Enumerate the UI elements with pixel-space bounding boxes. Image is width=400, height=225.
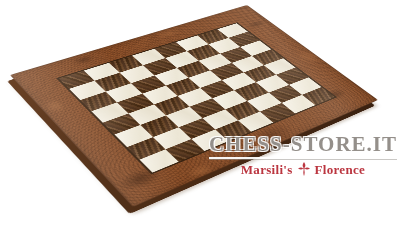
product-photo: CHESS-STORE.IT Marsili's Florence bbox=[0, 0, 400, 225]
watermark-store-name: CHESS-STORE.IT bbox=[209, 134, 397, 155]
watermark-brand: Marsili's Florence bbox=[209, 162, 397, 176]
watermark-underline bbox=[209, 157, 397, 159]
brand-marsilis: Marsili's bbox=[241, 163, 293, 176]
watermark: CHESS-STORE.IT Marsili's Florence bbox=[209, 134, 397, 176]
brand-florence: Florence bbox=[315, 163, 366, 176]
fleur-de-lis-icon bbox=[298, 162, 310, 176]
chess-board bbox=[10, 5, 378, 207]
